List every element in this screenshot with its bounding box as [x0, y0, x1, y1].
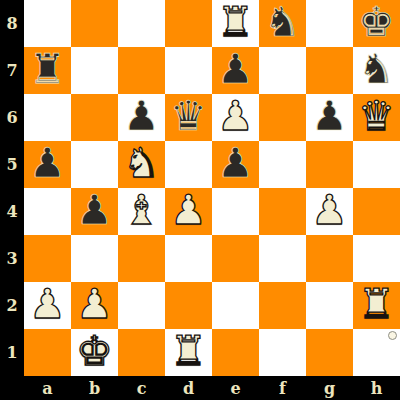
- black-king[interactable]: ♚: [358, 2, 395, 43]
- black-pawn[interactable]: ♟: [217, 49, 254, 90]
- white-rook[interactable]: ♜: [358, 284, 395, 325]
- file-label-f: f: [259, 376, 306, 400]
- square-h4[interactable]: [353, 188, 400, 235]
- rank-label-7: 7: [0, 47, 24, 94]
- black-pawn[interactable]: ♟: [123, 96, 160, 137]
- square-b2[interactable]: ♟: [71, 282, 118, 329]
- square-f5[interactable]: [259, 141, 306, 188]
- square-a2[interactable]: ♟: [24, 282, 71, 329]
- white-pawn[interactable]: ♟: [311, 190, 348, 231]
- square-c7[interactable]: [118, 47, 165, 94]
- square-g1[interactable]: [306, 329, 353, 376]
- square-f2[interactable]: [259, 282, 306, 329]
- file-labels: abcdefgh: [24, 376, 400, 400]
- white-queen[interactable]: ♛: [358, 96, 395, 137]
- rank-labels: 87654321: [0, 0, 24, 376]
- square-d5[interactable]: [165, 141, 212, 188]
- square-h7[interactable]: ♞: [353, 47, 400, 94]
- square-h8[interactable]: ♚: [353, 0, 400, 47]
- rank-label-1: 1: [0, 329, 24, 376]
- square-c8[interactable]: [118, 0, 165, 47]
- square-f7[interactable]: [259, 47, 306, 94]
- square-a5[interactable]: ♟: [24, 141, 71, 188]
- white-rook[interactable]: ♜: [217, 2, 254, 43]
- square-e5[interactable]: ♟: [212, 141, 259, 188]
- black-pawn[interactable]: ♟: [29, 143, 66, 184]
- white-pawn[interactable]: ♟: [170, 190, 207, 231]
- square-g8[interactable]: [306, 0, 353, 47]
- white-knight[interactable]: ♞: [123, 143, 160, 184]
- square-g2[interactable]: [306, 282, 353, 329]
- square-e4[interactable]: [212, 188, 259, 235]
- square-d1[interactable]: ♜: [165, 329, 212, 376]
- square-d2[interactable]: [165, 282, 212, 329]
- square-f1[interactable]: [259, 329, 306, 376]
- rank-label-8: 8: [0, 0, 24, 47]
- white-bishop[interactable]: ♝: [123, 190, 160, 231]
- square-c5[interactable]: ♞: [118, 141, 165, 188]
- square-a8[interactable]: [24, 0, 71, 47]
- square-f6[interactable]: [259, 94, 306, 141]
- square-g3[interactable]: [306, 235, 353, 282]
- black-knight[interactable]: ♞: [358, 49, 395, 90]
- square-c3[interactable]: [118, 235, 165, 282]
- square-h5[interactable]: [353, 141, 400, 188]
- file-label-e: e: [212, 376, 259, 400]
- black-pawn[interactable]: ♟: [311, 96, 348, 137]
- rank-label-2: 2: [0, 282, 24, 329]
- square-h6[interactable]: ♛: [353, 94, 400, 141]
- square-d6[interactable]: ♛: [165, 94, 212, 141]
- file-label-g: g: [306, 376, 353, 400]
- square-e7[interactable]: ♟: [212, 47, 259, 94]
- board: ♜♞♚♜♟♞♟♛♟♟♛♟♞♟♟♝♟♟♟♟♜♚♜: [24, 0, 400, 376]
- square-d7[interactable]: [165, 47, 212, 94]
- rank-label-3: 3: [0, 235, 24, 282]
- rank-label-6: 6: [0, 94, 24, 141]
- white-pawn[interactable]: ♟: [76, 284, 113, 325]
- square-f4[interactable]: [259, 188, 306, 235]
- square-b4[interactable]: ♟: [71, 188, 118, 235]
- chess-diagram: 87654321 ♜♞♚♜♟♞♟♛♟♟♛♟♞♟♟♝♟♟♟♟♜♚♜ abcdefg…: [0, 0, 400, 400]
- square-h2[interactable]: ♜: [353, 282, 400, 329]
- file-label-d: d: [165, 376, 212, 400]
- square-b8[interactable]: [71, 0, 118, 47]
- square-d3[interactable]: [165, 235, 212, 282]
- square-c1[interactable]: [118, 329, 165, 376]
- square-b1[interactable]: ♚: [71, 329, 118, 376]
- square-f8[interactable]: ♞: [259, 0, 306, 47]
- file-label-c: c: [118, 376, 165, 400]
- square-b3[interactable]: [71, 235, 118, 282]
- black-rook[interactable]: ♜: [29, 49, 66, 90]
- square-a6[interactable]: [24, 94, 71, 141]
- black-pawn[interactable]: ♟: [217, 143, 254, 184]
- white-pawn[interactable]: ♟: [29, 284, 66, 325]
- square-e6[interactable]: ♟: [212, 94, 259, 141]
- square-b5[interactable]: [71, 141, 118, 188]
- square-g4[interactable]: ♟: [306, 188, 353, 235]
- square-a3[interactable]: [24, 235, 71, 282]
- rank-label-5: 5: [0, 141, 24, 188]
- file-label-b: b: [71, 376, 118, 400]
- square-g6[interactable]: ♟: [306, 94, 353, 141]
- square-f3[interactable]: [259, 235, 306, 282]
- square-c6[interactable]: ♟: [118, 94, 165, 141]
- square-d4[interactable]: ♟: [165, 188, 212, 235]
- file-label-a: a: [24, 376, 71, 400]
- white-rook[interactable]: ♜: [170, 331, 207, 372]
- square-g5[interactable]: [306, 141, 353, 188]
- square-g7[interactable]: [306, 47, 353, 94]
- square-a1[interactable]: [24, 329, 71, 376]
- square-e3[interactable]: [212, 235, 259, 282]
- square-e8[interactable]: ♜: [212, 0, 259, 47]
- side-to-move-indicator: [388, 331, 397, 340]
- square-b7[interactable]: [71, 47, 118, 94]
- square-a7[interactable]: ♜: [24, 47, 71, 94]
- white-king[interactable]: ♚: [76, 331, 113, 372]
- square-c2[interactable]: [118, 282, 165, 329]
- file-label-h: h: [353, 376, 400, 400]
- white-pawn[interactable]: ♟: [217, 96, 254, 137]
- square-e2[interactable]: [212, 282, 259, 329]
- black-pawn[interactable]: ♟: [76, 190, 113, 231]
- black-knight[interactable]: ♞: [264, 2, 301, 43]
- black-queen[interactable]: ♛: [170, 96, 207, 137]
- square-h3[interactable]: [353, 235, 400, 282]
- square-b6[interactable]: [71, 94, 118, 141]
- square-d8[interactable]: [165, 0, 212, 47]
- square-c4[interactable]: ♝: [118, 188, 165, 235]
- square-a4[interactable]: [24, 188, 71, 235]
- square-e1[interactable]: [212, 329, 259, 376]
- rank-label-4: 4: [0, 188, 24, 235]
